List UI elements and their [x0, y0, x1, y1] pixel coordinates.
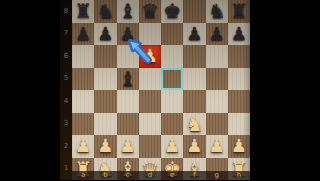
piece-black-bishop: ♝: [119, 0, 137, 22]
file-label: e: [161, 171, 183, 180]
square-d2[interactable]: [139, 135, 161, 158]
file-label: d: [139, 171, 161, 180]
piece-black-pawn: ♟: [231, 23, 247, 45]
square-b3[interactable]: [94, 113, 116, 136]
square-h2[interactable]: ♟: [228, 135, 250, 158]
square-c3[interactable]: [117, 113, 139, 136]
square-b2[interactable]: ♟: [94, 135, 116, 158]
square-c5[interactable]: ♝: [117, 68, 139, 91]
file-label: a: [72, 171, 94, 180]
file-label: h: [228, 171, 250, 180]
piece-black-knight: ♞: [208, 0, 226, 22]
rank-label: 8: [60, 0, 72, 23]
piece-black-pawn: ♟: [186, 23, 202, 45]
piece-white-pawn: ♟: [75, 135, 91, 157]
file-labels: abcdefgh: [72, 171, 250, 180]
rank-label: 6: [60, 45, 72, 68]
square-e7[interactable]: [161, 23, 183, 46]
square-g4[interactable]: [206, 90, 228, 113]
file-label: b: [94, 171, 116, 180]
square-c4[interactable]: [117, 90, 139, 113]
square-g3[interactable]: [206, 113, 228, 136]
square-g8[interactable]: ♞: [206, 0, 228, 23]
square-g7[interactable]: ♟: [206, 23, 228, 46]
piece-white-pawn: ♟: [142, 45, 158, 67]
square-h8[interactable]: ♜: [228, 0, 250, 23]
rank-labels: 87654321: [60, 0, 72, 180]
piece-white-pawn: ♟: [97, 135, 113, 157]
square-a7[interactable]: ♟: [72, 23, 94, 46]
file-label: g: [206, 171, 228, 180]
square-a6[interactable]: [72, 45, 94, 68]
square-b4[interactable]: [94, 90, 116, 113]
rank-label: 5: [60, 68, 72, 91]
piece-white-knight: ♞: [185, 113, 203, 135]
square-a2[interactable]: ♟: [72, 135, 94, 158]
square-f7[interactable]: ♟: [183, 23, 205, 46]
square-d6[interactable]: ♟: [139, 45, 161, 68]
square-a3[interactable]: [72, 113, 94, 136]
square-e5[interactable]: [161, 68, 183, 91]
chess-app-screen: 87654321 ♜♞♝♛♚♞♜♟♟♟♟♟♟♟♝♞♟♟♟♟♟♟♟♜♞♝♛♚♝♜ …: [0, 0, 320, 180]
square-f6[interactable]: [183, 45, 205, 68]
square-d3[interactable]: [139, 113, 161, 136]
piece-black-pawn: ♟: [120, 23, 136, 45]
square-e6[interactable]: [161, 45, 183, 68]
piece-white-pawn: ♟: [186, 135, 202, 157]
square-c2[interactable]: ♟: [117, 135, 139, 158]
piece-black-pawn: ♟: [75, 23, 91, 45]
square-h4[interactable]: [228, 90, 250, 113]
rank-label: 3: [60, 113, 72, 136]
square-g2[interactable]: ♟: [206, 135, 228, 158]
piece-black-pawn: ♟: [97, 23, 113, 45]
square-f4[interactable]: [183, 90, 205, 113]
rank-label: 1: [60, 158, 72, 181]
square-a4[interactable]: [72, 90, 94, 113]
square-h6[interactable]: [228, 45, 250, 68]
square-h5[interactable]: [228, 68, 250, 91]
square-f5[interactable]: [183, 68, 205, 91]
piece-black-king: ♚: [163, 0, 181, 22]
square-e8[interactable]: ♚: [161, 0, 183, 23]
rank-label: 2: [60, 135, 72, 158]
square-b8[interactable]: ♞: [94, 0, 116, 23]
piece-white-pawn: ♟: [120, 135, 136, 157]
square-f8[interactable]: [183, 0, 205, 23]
file-label: f: [183, 171, 205, 180]
file-label: c: [117, 171, 139, 180]
square-d4[interactable]: [139, 90, 161, 113]
square-d8[interactable]: ♛: [139, 0, 161, 23]
piece-white-pawn: ♟: [209, 135, 225, 157]
square-h3[interactable]: [228, 113, 250, 136]
piece-black-pawn: ♟: [209, 23, 225, 45]
square-g6[interactable]: [206, 45, 228, 68]
piece-black-knight: ♞: [96, 0, 114, 22]
square-b6[interactable]: [94, 45, 116, 68]
square-b5[interactable]: [94, 68, 116, 91]
square-b7[interactable]: ♟: [94, 23, 116, 46]
square-a5[interactable]: [72, 68, 94, 91]
board-grid: ♜♞♝♛♚♞♜♟♟♟♟♟♟♟♝♞♟♟♟♟♟♟♟♜♞♝♛♚♝♜: [72, 0, 250, 180]
piece-black-queen: ♛: [141, 0, 159, 22]
piece-black-bishop: ♝: [119, 68, 137, 90]
square-c8[interactable]: ♝: [117, 0, 139, 23]
piece-black-rook: ♜: [74, 0, 92, 22]
square-c6[interactable]: [117, 45, 139, 68]
square-d7[interactable]: [139, 23, 161, 46]
square-d5[interactable]: [139, 68, 161, 91]
square-e2[interactable]: ♟: [161, 135, 183, 158]
square-f3[interactable]: ♞: [183, 113, 205, 136]
rank-label: 4: [60, 90, 72, 113]
piece-white-pawn: ♟: [164, 135, 180, 157]
square-g5[interactable]: [206, 68, 228, 91]
square-h7[interactable]: ♟: [228, 23, 250, 46]
rank-label: 7: [60, 23, 72, 46]
square-e3[interactable]: [161, 113, 183, 136]
piece-black-rook: ♜: [230, 0, 248, 22]
piece-white-pawn: ♟: [231, 135, 247, 157]
square-f2[interactable]: ♟: [183, 135, 205, 158]
square-c7[interactable]: ♟: [117, 23, 139, 46]
square-a8[interactable]: ♜: [72, 0, 94, 23]
chess-board: 87654321 ♜♞♝♛♚♞♜♟♟♟♟♟♟♟♝♞♟♟♟♟♟♟♟♜♞♝♛♚♝♜ …: [60, 0, 250, 180]
square-e4[interactable]: [161, 90, 183, 113]
